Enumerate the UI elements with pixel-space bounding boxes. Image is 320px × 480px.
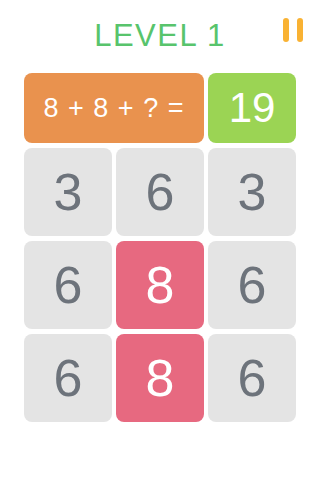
tile-r2c1[interactable]: 8	[116, 334, 204, 422]
game-screen: LEVEL 1 8 + 8 + ? = 19 3 6 3 6 8 6 6 8 6	[0, 0, 320, 480]
pause-icon	[297, 18, 303, 42]
tile-r1c2[interactable]: 6	[208, 241, 296, 329]
equation-row: 8 + 8 + ? = 19	[24, 73, 296, 143]
equation-result: 19	[208, 73, 296, 143]
tile-r2c2[interactable]: 6	[208, 334, 296, 422]
tile-board: 3 6 3 6 8 6 6 8 6	[24, 148, 296, 422]
tile-r0c1[interactable]: 6	[116, 148, 204, 236]
level-title: LEVEL 1	[0, 18, 320, 54]
tile-r1c1[interactable]: 8	[116, 241, 204, 329]
tile-r1c0[interactable]: 6	[24, 241, 112, 329]
tile-r2c0[interactable]: 6	[24, 334, 112, 422]
pause-button[interactable]	[283, 18, 303, 42]
tile-r0c0[interactable]: 3	[24, 148, 112, 236]
equation-expression: 8 + 8 + ? =	[24, 73, 204, 143]
tile-r0c2[interactable]: 3	[208, 148, 296, 236]
pause-icon	[283, 18, 289, 42]
